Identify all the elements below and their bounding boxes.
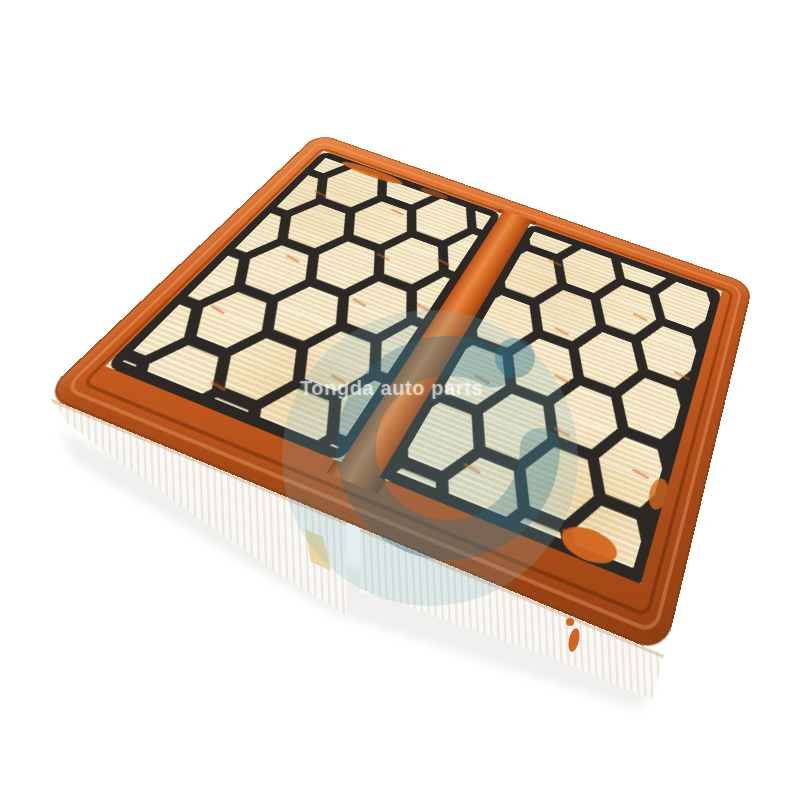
product-photo: Tongda auto parts: [0, 0, 800, 800]
